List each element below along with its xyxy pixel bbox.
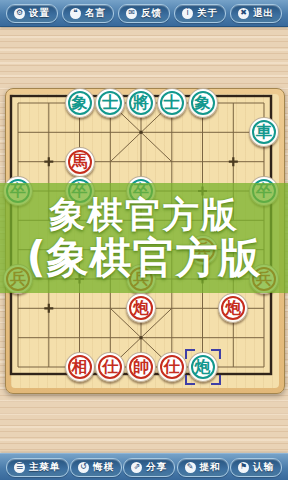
share-button[interactable]: ⇗ 分享 — [123, 458, 175, 477]
piece-glyph: 仕 — [164, 359, 180, 375]
undo-move-button[interactable]: ↺ 悔棋 — [70, 458, 122, 477]
piece-glyph: 炮 — [225, 300, 241, 316]
piece-glyph: 車 — [256, 124, 272, 140]
speech-bubble-icon: ❝ — [70, 8, 81, 19]
piece-glyph: 將 — [133, 95, 149, 111]
piece-glyph: 帥 — [133, 359, 149, 375]
top-toolbar: ⚙ 设置 ❝ 名言 ✉ 反馈 i 关于 ✖ 退出 — [0, 0, 288, 27]
xiangqi-piece-black-general[interactable]: 將 — [126, 88, 156, 118]
app-screen: ⚙ 设置 ❝ 名言 ✉ 反馈 i 关于 ✖ 退出 — [0, 0, 288, 480]
pencil-icon: ✎ — [185, 462, 196, 473]
xiangqi-piece-red-elephant[interactable]: 相 — [65, 352, 95, 382]
undo-move-label: 悔棋 — [93, 461, 114, 474]
xiangqi-piece-red-cannon[interactable]: 炮 — [218, 293, 248, 323]
xiangqi-piece-red-advisor[interactable]: 仕 — [95, 352, 125, 382]
gear-icon: ⚙ — [14, 8, 25, 19]
info-icon: i — [182, 8, 193, 19]
piece-glyph: 卒 — [133, 183, 149, 199]
piece-glyph: 兵 — [133, 271, 149, 287]
undo-icon: ↺ — [78, 462, 89, 473]
xiangqi-piece-red-soldier[interactable]: 兵 — [249, 264, 279, 294]
main-menu-button[interactable]: ☰ 主菜单 — [6, 458, 69, 477]
xiangqi-piece-black-elephant[interactable]: 象 — [65, 88, 95, 118]
piece-glyph: 仕 — [102, 359, 118, 375]
menu-icon: ☰ — [14, 462, 25, 473]
xiangqi-piece-black-soldier[interactable]: 卒 — [65, 176, 95, 206]
close-icon: ✖ — [238, 8, 249, 19]
piece-glyph: 卒 — [72, 183, 88, 199]
piece-glyph: 士 — [164, 95, 180, 111]
resign-label: 认输 — [253, 461, 274, 474]
piece-glyph: 象 — [195, 95, 211, 111]
xiangqi-piece-black-advisor[interactable]: 士 — [95, 88, 125, 118]
xiangqi-piece-black-cannon[interactable]: 炮 — [188, 352, 218, 382]
xiangqi-piece-black-soldier[interactable]: 卒 — [3, 176, 33, 206]
resign-button[interactable]: ⚑ 认输 — [230, 458, 282, 477]
xiangqi-piece-black-elephant[interactable]: 象 — [188, 88, 218, 118]
feedback-label: 反馈 — [141, 7, 162, 20]
exit-label: 退出 — [253, 7, 274, 20]
bottom-toolbar: ☰ 主菜单 ↺ 悔棋 ⇗ 分享 ✎ 提和 ⚑ 认输 — [0, 453, 288, 480]
xiangqi-piece-black-soldier[interactable]: 卒 — [249, 176, 279, 206]
offer-draw-button[interactable]: ✎ 提和 — [177, 458, 229, 477]
xiangqi-piece-red-soldier[interactable]: 兵 — [126, 264, 156, 294]
xiangqi-piece-red-cannon[interactable]: 炮 — [126, 293, 156, 323]
piece-glyph: 象 — [72, 95, 88, 111]
flag-icon: ⚑ — [238, 462, 249, 473]
xiangqi-piece-black-advisor[interactable]: 士 — [157, 88, 187, 118]
quotes-button[interactable]: ❝ 名言 — [62, 4, 114, 23]
xiangqi-piece-red-advisor[interactable]: 仕 — [157, 352, 187, 382]
about-button[interactable]: i 关于 — [174, 4, 226, 23]
xiangqi-piece-red-soldier[interactable]: 兵 — [3, 264, 33, 294]
quotes-label: 名言 — [85, 7, 106, 20]
piece-glyph: 士 — [102, 95, 118, 111]
selection-brackets — [185, 349, 221, 385]
piece-glyph: 兵 — [10, 271, 26, 287]
share-icon: ⇗ — [131, 462, 142, 473]
exit-button[interactable]: ✖ 退出 — [230, 4, 282, 23]
xiangqi-piece-black-soldier[interactable]: 卒 — [126, 176, 156, 206]
feedback-button[interactable]: ✉ 反馈 — [118, 4, 170, 23]
piece-glyph: 相 — [72, 359, 88, 375]
xiangqi-piece-red-horse[interactable]: 馬 — [65, 147, 95, 177]
piece-glyph: 卒 — [10, 183, 26, 199]
about-label: 关于 — [197, 7, 218, 20]
piece-glyph: 兵 — [195, 242, 211, 258]
pieces-layer: 象士將士象車馬卒卒卒卒兵兵兵兵炮炮相仕帥仕炮 — [0, 0, 288, 480]
share-label: 分享 — [146, 461, 167, 474]
settings-button[interactable]: ⚙ 设置 — [6, 4, 58, 23]
mail-icon: ✉ — [126, 8, 137, 19]
piece-glyph: 兵 — [256, 271, 272, 287]
piece-glyph: 炮 — [133, 300, 149, 316]
xiangqi-piece-black-chariot[interactable]: 車 — [249, 117, 279, 147]
xiangqi-piece-red-soldier[interactable]: 兵 — [188, 235, 218, 265]
piece-glyph: 馬 — [72, 154, 88, 170]
offer-draw-label: 提和 — [200, 461, 221, 474]
settings-label: 设置 — [29, 7, 50, 20]
main-menu-label: 主菜单 — [29, 461, 61, 474]
xiangqi-piece-red-general[interactable]: 帥 — [126, 352, 156, 382]
piece-glyph: 卒 — [256, 183, 272, 199]
